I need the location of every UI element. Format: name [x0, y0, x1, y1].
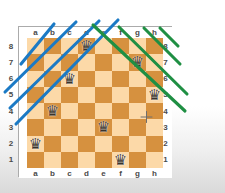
file-label-top-b: b	[44, 27, 61, 38]
file-label-top-c: c	[61, 27, 78, 38]
board-square-c6[interactable]: ♛	[61, 71, 78, 87]
board-square-e5[interactable]	[95, 87, 112, 103]
queen-piece-f1[interactable]: ♛	[114, 152, 127, 168]
board-square-e4[interactable]	[95, 103, 112, 119]
board-square-a7[interactable]	[27, 54, 44, 70]
file-label-bottom-d: d	[78, 168, 95, 178]
rank-label-right-5: 5	[161, 87, 170, 103]
queen-piece-e3[interactable]: ♛	[97, 119, 110, 135]
board-square-c7[interactable]	[61, 54, 78, 70]
board-square-d8[interactable]: ♛	[78, 38, 95, 54]
board-square-a1[interactable]	[27, 152, 44, 168]
board-square-a4[interactable]	[27, 103, 44, 119]
board-square-f7[interactable]	[112, 54, 129, 70]
rank-label-right-3: 3	[161, 119, 170, 135]
board-square-b3[interactable]	[44, 119, 61, 135]
file-label-bottom-f: f	[112, 168, 129, 178]
board-square-g6[interactable]	[129, 71, 146, 87]
board-square-g8[interactable]	[129, 38, 146, 54]
board-square-d2[interactable]	[78, 136, 95, 152]
rank-label-left-6: 6	[5, 71, 17, 87]
rank-label-right-1: 1	[161, 152, 170, 168]
board-square-e7[interactable]	[95, 54, 112, 70]
board-square-a2[interactable]: ♛	[27, 136, 44, 152]
file-label-bottom-h: h	[146, 168, 163, 178]
board-square-f2[interactable]	[112, 136, 129, 152]
board-square-f3[interactable]	[112, 119, 129, 135]
rank-label-right-8: 8	[161, 38, 170, 54]
board-square-f6[interactable]	[112, 71, 129, 87]
file-label-bottom-g: g	[129, 168, 146, 178]
board-square-b4[interactable]: ♛	[44, 103, 61, 119]
file-label-bottom-a: a	[27, 168, 44, 178]
board-square-e6[interactable]	[95, 71, 112, 87]
file-label-top-e: e	[95, 27, 112, 38]
board-square-e2[interactable]	[95, 136, 112, 152]
queen-piece-c6[interactable]: ♛	[63, 71, 76, 87]
file-label-bottom-e: e	[95, 168, 112, 178]
file-label-bottom-c: c	[61, 168, 78, 178]
board-square-d7[interactable]	[78, 54, 95, 70]
board-square-b7[interactable]	[44, 54, 61, 70]
rank-label-left-5: 5	[5, 87, 17, 103]
rank-label-left-8: 8	[5, 38, 17, 54]
board-square-b5[interactable]	[44, 87, 61, 103]
board-square-a3[interactable]	[27, 119, 44, 135]
rank-label-right-6: 6	[161, 71, 170, 87]
board-square-e8[interactable]	[95, 38, 112, 54]
board-square-d4[interactable]	[78, 103, 95, 119]
rank-label-left-1: 1	[5, 152, 17, 168]
video-frame: ♛♛♛♛♛♛♛♛ aabbccddeeffgghh887766554433221…	[0, 0, 225, 193]
board-square-g5[interactable]	[129, 87, 146, 103]
board-square-a8[interactable]	[27, 38, 44, 54]
board-square-b2[interactable]	[44, 136, 61, 152]
rank-label-right-7: 7	[161, 54, 170, 70]
board-square-g2[interactable]	[129, 136, 146, 152]
queen-piece-g7[interactable]: ♛	[131, 54, 144, 70]
rank-label-right-4: 4	[161, 103, 170, 119]
board-square-c4[interactable]	[61, 103, 78, 119]
board-square-d3[interactable]	[78, 119, 95, 135]
board-square-b8[interactable]	[44, 38, 61, 54]
file-label-top-h: h	[146, 27, 163, 38]
board-square-e3[interactable]: ♛	[95, 119, 112, 135]
board-square-f5[interactable]	[112, 87, 129, 103]
board-square-d6[interactable]	[78, 71, 95, 87]
queen-piece-a2[interactable]: ♛	[29, 136, 42, 152]
board-square-b6[interactable]	[44, 71, 61, 87]
board-square-c8[interactable]	[61, 38, 78, 54]
board-square-b1[interactable]	[44, 152, 61, 168]
board-square-f4[interactable]	[112, 103, 129, 119]
board-square-g7[interactable]: ♛	[129, 54, 146, 70]
board-square-f1[interactable]: ♛	[112, 152, 129, 168]
board-square-c1[interactable]	[61, 152, 78, 168]
file-label-top-f: f	[112, 27, 129, 38]
board-square-a6[interactable]	[27, 71, 44, 87]
file-label-bottom-b: b	[44, 168, 61, 178]
queen-piece-d8[interactable]: ♛	[80, 38, 93, 54]
board-square-c5[interactable]	[61, 87, 78, 103]
board-square-a5[interactable]	[27, 87, 44, 103]
board-square-c3[interactable]	[61, 119, 78, 135]
file-label-top-g: g	[129, 27, 146, 38]
rank-label-left-4: 4	[5, 103, 17, 119]
queen-piece-b4[interactable]: ♛	[46, 103, 59, 119]
rank-label-left-7: 7	[5, 54, 17, 70]
board-square-d1[interactable]	[78, 152, 95, 168]
rank-label-right-2: 2	[161, 136, 170, 152]
board-square-e1[interactable]	[95, 152, 112, 168]
board-square-g1[interactable]	[129, 152, 146, 168]
board-square-d5[interactable]	[78, 87, 95, 103]
board-square-c2[interactable]	[61, 136, 78, 152]
rank-label-left-2: 2	[5, 136, 17, 152]
board-square-f8[interactable]	[112, 38, 129, 54]
queen-piece-h5[interactable]: ♛	[148, 87, 161, 103]
board-square-g4[interactable]	[129, 103, 146, 119]
rank-label-left-3: 3	[5, 119, 17, 135]
chess-board[interactable]: ♛♛♛♛♛♛♛♛	[27, 38, 163, 168]
board-square-g3[interactable]	[129, 119, 146, 135]
file-label-top-d: d	[78, 27, 95, 38]
file-label-top-a: a	[27, 27, 44, 38]
